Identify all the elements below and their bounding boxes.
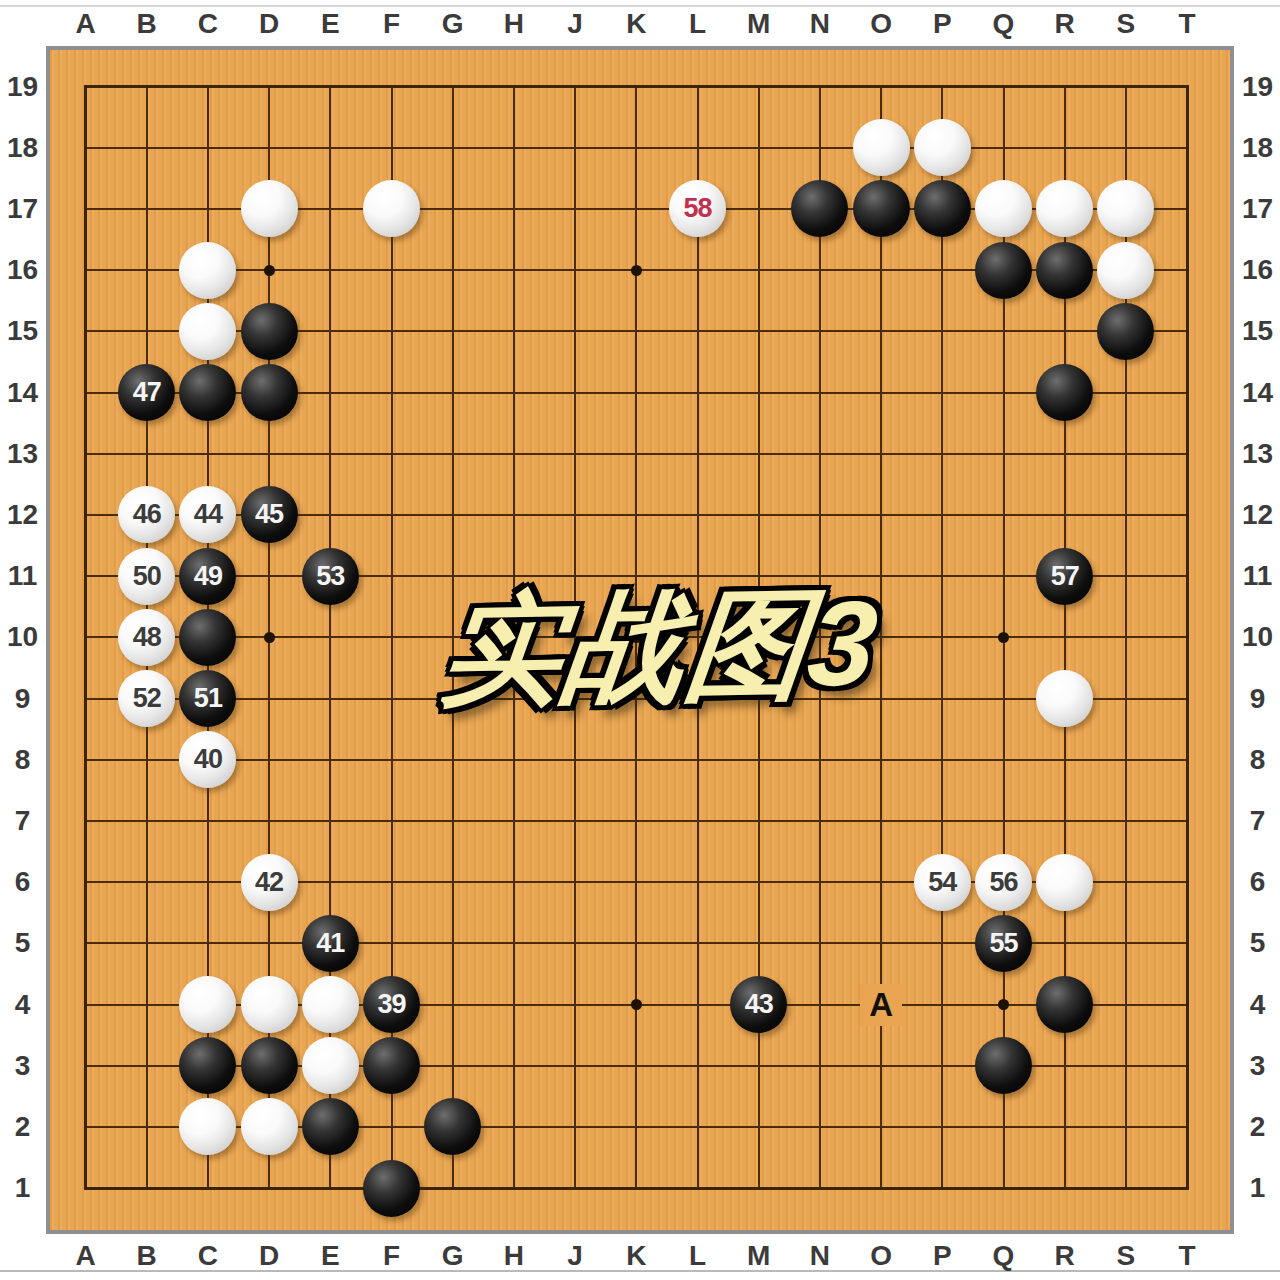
stone-white-C4 xyxy=(179,976,236,1033)
stone-white-R17 xyxy=(1036,180,1093,237)
stone-white-Q6: 56 xyxy=(975,854,1032,911)
stone-number-47: 47 xyxy=(133,379,161,406)
stone-number-57: 57 xyxy=(1051,563,1079,590)
stone-black-E2 xyxy=(302,1098,359,1155)
stone-white-P6: 54 xyxy=(914,854,971,911)
stone-black-O17 xyxy=(853,180,910,237)
stone-black-B14: 47 xyxy=(118,364,175,421)
stone-white-L17: 58 xyxy=(669,180,726,237)
stone-black-P17 xyxy=(914,180,971,237)
marker-A-O4: A xyxy=(860,984,902,1026)
stone-black-D3 xyxy=(241,1037,298,1094)
stone-number-41: 41 xyxy=(316,930,344,957)
stone-white-D6: 42 xyxy=(241,854,298,911)
stone-black-Q16 xyxy=(975,242,1032,299)
stone-number-48: 48 xyxy=(133,624,161,651)
stone-number-50: 50 xyxy=(133,563,161,590)
stone-black-D12: 45 xyxy=(241,486,298,543)
stone-black-C10 xyxy=(179,609,236,666)
stone-number-56: 56 xyxy=(989,869,1017,896)
stone-black-M4: 43 xyxy=(730,976,787,1033)
stone-number-46: 46 xyxy=(133,501,161,528)
stone-white-D2 xyxy=(241,1098,298,1155)
stone-white-B12: 46 xyxy=(118,486,175,543)
stone-black-Q3 xyxy=(975,1037,1032,1094)
stone-white-C2 xyxy=(179,1098,236,1155)
stone-black-F4: 39 xyxy=(363,976,420,1033)
stone-black-Q5: 55 xyxy=(975,915,1032,972)
stone-number-45: 45 xyxy=(255,501,283,528)
stone-number-43: 43 xyxy=(745,991,773,1018)
stone-black-R11: 57 xyxy=(1036,548,1093,605)
stone-white-B9: 52 xyxy=(118,670,175,727)
stone-white-C8: 40 xyxy=(179,731,236,788)
stone-number-39: 39 xyxy=(377,991,405,1018)
stone-white-F17 xyxy=(363,180,420,237)
stone-white-C12: 44 xyxy=(179,486,236,543)
stone-black-C14 xyxy=(179,364,236,421)
stone-black-S15 xyxy=(1097,303,1154,360)
stone-number-54: 54 xyxy=(928,869,956,896)
stone-white-D17 xyxy=(241,180,298,237)
stone-black-N17 xyxy=(791,180,848,237)
stone-number-42: 42 xyxy=(255,869,283,896)
stone-number-52: 52 xyxy=(133,685,161,712)
stone-black-C3 xyxy=(179,1037,236,1094)
stone-white-O18 xyxy=(853,119,910,176)
stone-black-F3 xyxy=(363,1037,420,1094)
stone-black-R14 xyxy=(1036,364,1093,421)
go-diagram-screenshot: AABBCCDDEEFFGGHHJJKKLLMMNNOOPPQQRRSSTT19… xyxy=(0,0,1280,1280)
stone-white-C15 xyxy=(179,303,236,360)
stone-white-P18 xyxy=(914,119,971,176)
stone-number-58: 58 xyxy=(683,195,711,222)
stone-white-S17 xyxy=(1097,180,1154,237)
stone-white-E3 xyxy=(302,1037,359,1094)
stone-black-C9: 51 xyxy=(179,670,236,727)
stone-number-51: 51 xyxy=(194,685,222,712)
diagram-title: 实战图3 xyxy=(335,551,986,747)
stone-white-D4 xyxy=(241,976,298,1033)
stone-white-B10: 48 xyxy=(118,609,175,666)
stone-white-B11: 50 xyxy=(118,548,175,605)
stone-black-D15 xyxy=(241,303,298,360)
stone-black-E5: 41 xyxy=(302,915,359,972)
stone-black-G2 xyxy=(424,1098,481,1155)
stone-number-44: 44 xyxy=(194,501,222,528)
stone-number-55: 55 xyxy=(989,930,1017,957)
stone-number-53: 53 xyxy=(316,563,344,590)
stone-black-R4 xyxy=(1036,976,1093,1033)
stone-white-S16 xyxy=(1097,242,1154,299)
stone-number-40: 40 xyxy=(194,746,222,773)
stone-black-D14 xyxy=(241,364,298,421)
stone-white-E4 xyxy=(302,976,359,1033)
stone-white-C16 xyxy=(179,242,236,299)
stone-number-49: 49 xyxy=(194,563,222,590)
stone-white-R6 xyxy=(1036,854,1093,911)
stone-black-F1 xyxy=(363,1160,420,1217)
stone-black-R16 xyxy=(1036,242,1093,299)
stone-white-R9 xyxy=(1036,670,1093,727)
stone-black-C11: 49 xyxy=(179,548,236,605)
stone-white-Q17 xyxy=(975,180,1032,237)
